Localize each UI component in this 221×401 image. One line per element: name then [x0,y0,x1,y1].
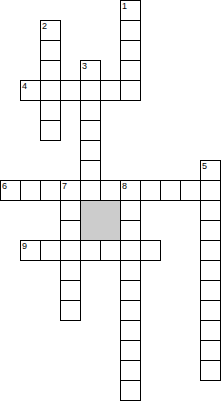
cell-r4c2[interactable] [40,80,61,101]
cell-r10c6[interactable] [120,200,141,221]
cell-r9c6[interactable] [120,180,141,201]
cell-r16c6[interactable] [120,320,141,341]
cell-r7c4[interactable] [80,140,101,161]
cell-r2c6[interactable] [120,40,141,61]
cell-r4c4[interactable] [80,80,101,101]
cell-r2c2[interactable] [40,40,61,61]
cell-r18c6[interactable] [120,360,141,381]
cell-r3c4[interactable] [80,60,101,81]
cell-r4c5[interactable] [100,80,121,101]
cell-r14c10[interactable] [200,280,221,301]
cell-r9c0[interactable] [0,180,21,201]
cell-r9c8[interactable] [160,180,181,201]
cell-r11c3[interactable] [60,220,81,241]
cell-r13c6[interactable] [120,260,141,281]
cell-r9c10[interactable] [200,180,221,201]
cell-r11c6[interactable] [120,220,141,241]
cell-r9c7[interactable] [140,180,161,201]
cell-r6c4[interactable] [80,120,101,141]
cell-r19c6[interactable] [120,380,141,401]
cell-r16c10[interactable] [200,320,221,341]
cell-r1c2[interactable] [40,20,61,41]
cell-r12c4[interactable] [80,240,101,261]
cell-r12c6[interactable] [120,240,141,261]
cell-r3c6[interactable] [120,60,141,81]
cell-r9c5[interactable] [100,180,121,201]
cell-r9c1[interactable] [20,180,41,201]
cell-r9c9[interactable] [180,180,201,201]
cell-r1c6[interactable] [120,20,141,41]
cell-r18c10[interactable] [200,360,221,381]
cell-r11c10[interactable] [200,220,221,241]
cell-r14c6[interactable] [120,280,141,301]
cell-r4c6[interactable] [120,80,141,101]
cell-r12c5[interactable] [100,240,121,261]
blocked-area [80,200,121,241]
crossword-board: 123456789 [0,0,221,401]
cell-r13c10[interactable] [200,260,221,281]
cell-r15c10[interactable] [200,300,221,321]
cell-r15c3[interactable] [60,300,81,321]
cell-r9c2[interactable] [40,180,61,201]
cell-r9c4[interactable] [80,180,101,201]
cell-r13c3[interactable] [60,260,81,281]
cell-r12c1[interactable] [20,240,41,261]
cell-r12c3[interactable] [60,240,81,261]
cell-r10c3[interactable] [60,200,81,221]
cell-r17c6[interactable] [120,340,141,361]
cell-r8c10[interactable] [200,160,221,181]
cell-r8c4[interactable] [80,160,101,181]
cell-r12c7[interactable] [140,240,161,261]
cell-r5c2[interactable] [40,100,61,121]
cell-r17c10[interactable] [200,340,221,361]
cell-r9c3[interactable] [60,180,81,201]
cell-r12c10[interactable] [200,240,221,261]
cell-r12c2[interactable] [40,240,61,261]
cell-r0c6[interactable] [120,0,141,21]
cell-r14c3[interactable] [60,280,81,301]
cell-r4c3[interactable] [60,80,81,101]
cell-r10c10[interactable] [200,200,221,221]
cell-r3c2[interactable] [40,60,61,81]
cell-r6c2[interactable] [40,120,61,141]
cell-r5c4[interactable] [80,100,101,121]
cell-r15c6[interactable] [120,300,141,321]
cell-r4c1[interactable] [20,80,41,101]
